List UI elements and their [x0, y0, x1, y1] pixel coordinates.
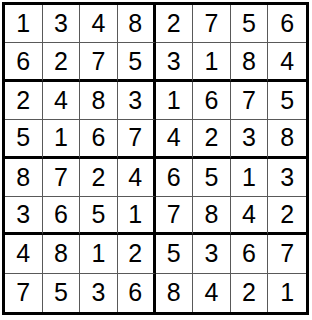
- cell-r8c6[interactable]: 4: [193, 274, 231, 312]
- cell-r5c6[interactable]: 5: [193, 159, 231, 197]
- cell-r1c7[interactable]: 5: [231, 5, 269, 43]
- cell-r8c3[interactable]: 3: [80, 274, 118, 312]
- cell-r6c2[interactable]: 6: [43, 197, 81, 235]
- cell-r8c8[interactable]: 1: [268, 274, 306, 312]
- cell-r2c3[interactable]: 7: [80, 43, 118, 81]
- cell-r7c2[interactable]: 8: [43, 235, 81, 273]
- cell-r5c7[interactable]: 1: [231, 159, 269, 197]
- cell-r8c2[interactable]: 5: [43, 274, 81, 312]
- cell-r2c4[interactable]: 5: [118, 43, 156, 81]
- cell-r2c1[interactable]: 6: [5, 43, 43, 81]
- cell-r3c8[interactable]: 5: [268, 82, 306, 120]
- cell-r7c3[interactable]: 1: [80, 235, 118, 273]
- cell-r4c7[interactable]: 3: [231, 120, 269, 158]
- cell-r7c8[interactable]: 7: [268, 235, 306, 273]
- cell-r2c6[interactable]: 1: [193, 43, 231, 81]
- cell-r3c6[interactable]: 6: [193, 82, 231, 120]
- cell-r2c8[interactable]: 4: [268, 43, 306, 81]
- cell-r6c7[interactable]: 4: [231, 197, 269, 235]
- cell-r6c5[interactable]: 7: [156, 197, 194, 235]
- sudoku-board: 1348275662753184248316755167423887246513…: [2, 2, 309, 315]
- cell-r3c1[interactable]: 2: [5, 82, 43, 120]
- cell-r5c5[interactable]: 6: [156, 159, 194, 197]
- cell-r4c3[interactable]: 6: [80, 120, 118, 158]
- cell-r4c1[interactable]: 5: [5, 120, 43, 158]
- cell-r6c6[interactable]: 8: [193, 197, 231, 235]
- cell-r1c8[interactable]: 6: [268, 5, 306, 43]
- cell-r2c7[interactable]: 8: [231, 43, 269, 81]
- cell-r1c4[interactable]: 8: [118, 5, 156, 43]
- cell-r4c2[interactable]: 1: [43, 120, 81, 158]
- cell-r8c5[interactable]: 8: [156, 274, 194, 312]
- cell-r4c4[interactable]: 7: [118, 120, 156, 158]
- cell-r3c7[interactable]: 7: [231, 82, 269, 120]
- cell-r6c8[interactable]: 2: [268, 197, 306, 235]
- cell-r2c5[interactable]: 3: [156, 43, 194, 81]
- cell-r6c1[interactable]: 3: [5, 197, 43, 235]
- cell-r3c5[interactable]: 1: [156, 82, 194, 120]
- cell-r8c1[interactable]: 7: [5, 274, 43, 312]
- cell-r6c3[interactable]: 5: [80, 197, 118, 235]
- cell-r5c8[interactable]: 3: [268, 159, 306, 197]
- cell-r8c7[interactable]: 2: [231, 274, 269, 312]
- cell-r7c4[interactable]: 2: [118, 235, 156, 273]
- cell-r4c5[interactable]: 4: [156, 120, 194, 158]
- cell-r1c3[interactable]: 4: [80, 5, 118, 43]
- cell-r3c3[interactable]: 8: [80, 82, 118, 120]
- cell-r4c6[interactable]: 2: [193, 120, 231, 158]
- cell-r1c5[interactable]: 2: [156, 5, 194, 43]
- cell-r4c8[interactable]: 8: [268, 120, 306, 158]
- cell-r2c2[interactable]: 2: [43, 43, 81, 81]
- cell-r5c1[interactable]: 8: [5, 159, 43, 197]
- cell-r7c7[interactable]: 6: [231, 235, 269, 273]
- sudoku-page: 1348275662753184248316755167423887246513…: [0, 0, 312, 320]
- cell-r7c6[interactable]: 3: [193, 235, 231, 273]
- cell-r3c2[interactable]: 4: [43, 82, 81, 120]
- cell-r5c3[interactable]: 2: [80, 159, 118, 197]
- cell-r5c4[interactable]: 4: [118, 159, 156, 197]
- cell-r8c4[interactable]: 6: [118, 274, 156, 312]
- cell-r5c2[interactable]: 7: [43, 159, 81, 197]
- cell-r7c1[interactable]: 4: [5, 235, 43, 273]
- cell-r6c4[interactable]: 1: [118, 197, 156, 235]
- cell-r7c5[interactable]: 5: [156, 235, 194, 273]
- cell-r1c1[interactable]: 1: [5, 5, 43, 43]
- cell-r1c6[interactable]: 7: [193, 5, 231, 43]
- cell-r3c4[interactable]: 3: [118, 82, 156, 120]
- cell-r1c2[interactable]: 3: [43, 5, 81, 43]
